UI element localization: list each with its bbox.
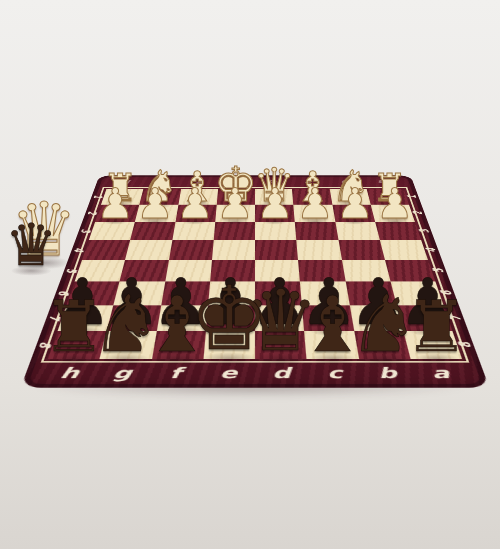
- file-label: b: [359, 359, 418, 388]
- rank-label: 6: [39, 289, 88, 297]
- rank-label: 8: [18, 340, 72, 349]
- file-label: d: [255, 359, 309, 388]
- square-f1[interactable]: [178, 189, 218, 205]
- rank-label: 1: [78, 194, 118, 199]
- rank-label: 5: [416, 267, 463, 274]
- square-e1[interactable]: [217, 189, 255, 205]
- file-label: h: [38, 359, 100, 388]
- square-d8[interactable]: [255, 331, 307, 359]
- file-label: c: [307, 359, 364, 388]
- square-d3[interactable]: [255, 222, 297, 240]
- square-g3[interactable]: [130, 222, 175, 240]
- rank-label: 8: [439, 340, 493, 349]
- file-label: g: [92, 359, 151, 388]
- square-b1[interactable]: [329, 189, 370, 205]
- file-label: b: [327, 175, 366, 189]
- rank-label: 2: [398, 210, 439, 216]
- square-b6[interactable]: [345, 282, 396, 306]
- square-c8[interactable]: [304, 331, 358, 359]
- square-e8[interactable]: [203, 331, 255, 359]
- square-b7[interactable]: [349, 305, 403, 331]
- square-g4[interactable]: [125, 240, 172, 260]
- file-labels-bottom: hgfedcba: [38, 359, 472, 388]
- square-e3[interactable]: [213, 222, 255, 240]
- square-d1[interactable]: [255, 189, 293, 205]
- square-f4[interactable]: [169, 240, 214, 260]
- file-label: e: [218, 175, 255, 189]
- piece-shadow: [11, 266, 52, 276]
- square-b8[interactable]: [354, 331, 411, 359]
- rank-label: 3: [64, 228, 107, 234]
- square-f3[interactable]: [172, 222, 215, 240]
- extra-black-queen[interactable]: ♛: [5, 216, 57, 274]
- file-label: f: [181, 175, 219, 189]
- rank-label: 6: [423, 289, 472, 297]
- square-f5[interactable]: [165, 260, 212, 282]
- square-b2[interactable]: [332, 205, 375, 222]
- square-g1[interactable]: [140, 189, 181, 205]
- square-e7[interactable]: [206, 305, 255, 331]
- square-c7[interactable]: [302, 305, 354, 331]
- file-label: a: [363, 175, 404, 189]
- file-label: g: [144, 175, 183, 189]
- file-labels-top: hgfedcba: [106, 175, 403, 189]
- rank-label: 4: [409, 247, 454, 253]
- square-c2[interactable]: [293, 205, 334, 222]
- file-label: a: [410, 359, 472, 388]
- square-e6[interactable]: [208, 282, 255, 306]
- rank-label: 3: [403, 228, 446, 234]
- file-label: c: [291, 175, 329, 189]
- square-b5[interactable]: [342, 260, 391, 282]
- rank-label: 5: [48, 267, 95, 274]
- file-label: e: [201, 359, 255, 388]
- square-f8[interactable]: [151, 331, 205, 359]
- square-e4[interactable]: [212, 240, 255, 260]
- square-c3[interactable]: [295, 222, 338, 240]
- square-g2[interactable]: [135, 205, 178, 222]
- square-b4[interactable]: [338, 240, 385, 260]
- square-g7[interactable]: [107, 305, 161, 331]
- square-e2[interactable]: [215, 205, 255, 222]
- square-d5[interactable]: [255, 260, 300, 282]
- file-label: d: [255, 175, 292, 189]
- square-c4[interactable]: [297, 240, 342, 260]
- square-c5[interactable]: [298, 260, 345, 282]
- square-b3[interactable]: [335, 222, 380, 240]
- square-c1[interactable]: [292, 189, 332, 205]
- square-f7[interactable]: [156, 305, 208, 331]
- rank-label: 7: [430, 314, 481, 322]
- square-f2[interactable]: [175, 205, 216, 222]
- rank-label: 2: [71, 210, 112, 216]
- square-d6[interactable]: [255, 282, 302, 306]
- chessboard-photo-scene: hgfedcba hgfedcba 12345678 12345678 ♜♞♝♛…: [0, 0, 500, 549]
- file-label: h: [106, 175, 147, 189]
- square-c6[interactable]: [300, 282, 349, 306]
- chess-board: hgfedcba hgfedcba 12345678 12345678: [20, 175, 489, 388]
- square-d4[interactable]: [255, 240, 298, 260]
- square-f6[interactable]: [161, 282, 210, 306]
- square-g5[interactable]: [120, 260, 169, 282]
- square-g8[interactable]: [100, 331, 157, 359]
- file-label: f: [147, 359, 204, 388]
- square-d2[interactable]: [255, 205, 295, 222]
- rank-label: 1: [393, 194, 433, 199]
- square-d7[interactable]: [255, 305, 304, 331]
- rank-label: 7: [29, 314, 80, 322]
- square-g6[interactable]: [114, 282, 165, 306]
- rank-label: 4: [56, 247, 101, 253]
- square-e5[interactable]: [210, 260, 255, 282]
